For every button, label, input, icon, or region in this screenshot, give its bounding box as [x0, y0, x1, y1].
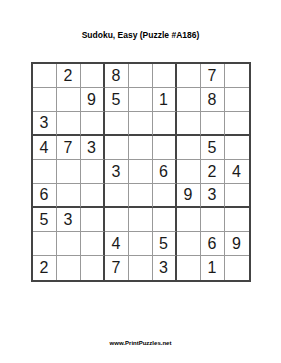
sudoku-cell-r6c7[interactable]: 9	[177, 184, 201, 208]
sudoku-cell-r2c3[interactable]: 9	[81, 88, 105, 112]
sudoku-cell-r8c7[interactable]	[177, 232, 201, 256]
sudoku-cell-r1c3[interactable]	[81, 64, 105, 88]
sudoku-grid: 28795183473536246935345692731	[31, 62, 251, 282]
sudoku-cell-r6c4[interactable]	[105, 184, 129, 208]
sudoku-cell-r8c4[interactable]: 4	[105, 232, 129, 256]
sudoku-cell-r9c6[interactable]: 3	[153, 256, 177, 280]
sudoku-cell-r9c7[interactable]	[177, 256, 201, 280]
sudoku-cell-r4c8[interactable]: 5	[201, 136, 225, 160]
sudoku-cell-r8c6[interactable]: 5	[153, 232, 177, 256]
sudoku-cell-r5c2[interactable]	[57, 160, 81, 184]
sudoku-cell-r8c5[interactable]	[129, 232, 153, 256]
sudoku-cell-r5c6[interactable]: 6	[153, 160, 177, 184]
sudoku-cell-r7c5[interactable]	[129, 208, 153, 232]
sudoku-cell-r9c5[interactable]	[129, 256, 153, 280]
sudoku-cell-r6c8[interactable]: 3	[201, 184, 225, 208]
sudoku-cell-r8c8[interactable]: 6	[201, 232, 225, 256]
sudoku-cell-r1c6[interactable]	[153, 64, 177, 88]
sudoku-cell-r4c3[interactable]: 3	[81, 136, 105, 160]
sudoku-cell-r6c3[interactable]	[81, 184, 105, 208]
sudoku-cell-r5c8[interactable]: 2	[201, 160, 225, 184]
sudoku-cell-r5c7[interactable]	[177, 160, 201, 184]
sudoku-cell-r3c4[interactable]	[105, 112, 129, 136]
sudoku-cell-r2c6[interactable]: 1	[153, 88, 177, 112]
sudoku-cell-r2c4[interactable]: 5	[105, 88, 129, 112]
footer-url: www.PrintPuzzles.net	[0, 340, 281, 346]
page-title: Sudoku, Easy (Puzzle #A186)	[0, 30, 281, 40]
sudoku-cell-r1c2[interactable]: 2	[57, 64, 81, 88]
sudoku-cell-r3c6[interactable]	[153, 112, 177, 136]
sudoku-cell-r1c7[interactable]	[177, 64, 201, 88]
sudoku-cell-r5c5[interactable]	[129, 160, 153, 184]
sudoku-cell-r3c9[interactable]	[225, 112, 249, 136]
sudoku-cell-r6c5[interactable]	[129, 184, 153, 208]
sudoku-cell-r6c9[interactable]	[225, 184, 249, 208]
sudoku-cell-r2c8[interactable]: 8	[201, 88, 225, 112]
sudoku-cell-r8c9[interactable]: 9	[225, 232, 249, 256]
sudoku-cell-r6c2[interactable]	[57, 184, 81, 208]
sudoku-cell-r4c7[interactable]	[177, 136, 201, 160]
sudoku-cell-r6c1[interactable]: 6	[33, 184, 57, 208]
sudoku-cell-r9c3[interactable]	[81, 256, 105, 280]
sudoku-cell-r7c7[interactable]	[177, 208, 201, 232]
sudoku-cell-r6c6[interactable]	[153, 184, 177, 208]
sudoku-cell-r4c4[interactable]	[105, 136, 129, 160]
sudoku-cell-r5c4[interactable]: 3	[105, 160, 129, 184]
sudoku-cell-r3c5[interactable]	[129, 112, 153, 136]
sudoku-cell-r2c9[interactable]	[225, 88, 249, 112]
sudoku-cell-r2c5[interactable]	[129, 88, 153, 112]
sudoku-cell-r1c9[interactable]	[225, 64, 249, 88]
sudoku-cell-r3c7[interactable]	[177, 112, 201, 136]
sudoku-cell-r9c1[interactable]: 2	[33, 256, 57, 280]
sudoku-cell-r1c8[interactable]: 7	[201, 64, 225, 88]
sudoku-cell-r8c1[interactable]	[33, 232, 57, 256]
sudoku-cell-r8c3[interactable]	[81, 232, 105, 256]
sudoku-cell-r5c9[interactable]: 4	[225, 160, 249, 184]
sudoku-cell-r7c8[interactable]	[201, 208, 225, 232]
sudoku-cell-r2c7[interactable]	[177, 88, 201, 112]
sudoku-cell-r7c1[interactable]: 5	[33, 208, 57, 232]
sudoku-cell-r7c6[interactable]	[153, 208, 177, 232]
sudoku-cell-r9c9[interactable]	[225, 256, 249, 280]
sudoku-cell-r4c6[interactable]	[153, 136, 177, 160]
sudoku-cell-r5c3[interactable]	[81, 160, 105, 184]
sudoku-cell-r1c4[interactable]: 8	[105, 64, 129, 88]
sudoku-cell-r7c2[interactable]: 3	[57, 208, 81, 232]
sudoku-cell-r9c8[interactable]: 1	[201, 256, 225, 280]
sudoku-cell-r5c1[interactable]	[33, 160, 57, 184]
sudoku-cell-r3c2[interactable]	[57, 112, 81, 136]
sudoku-cell-r7c9[interactable]	[225, 208, 249, 232]
sudoku-cell-r7c3[interactable]	[81, 208, 105, 232]
sudoku-cell-r2c1[interactable]	[33, 88, 57, 112]
sudoku-cell-r3c8[interactable]	[201, 112, 225, 136]
sudoku-cell-r1c5[interactable]	[129, 64, 153, 88]
sudoku-cell-r3c1[interactable]: 3	[33, 112, 57, 136]
sudoku-cell-r9c4[interactable]: 7	[105, 256, 129, 280]
sudoku-cell-r4c9[interactable]	[225, 136, 249, 160]
sudoku-cell-r8c2[interactable]	[57, 232, 81, 256]
sudoku-cell-r7c4[interactable]	[105, 208, 129, 232]
sudoku-cell-r2c2[interactable]	[57, 88, 81, 112]
sudoku-cell-r4c5[interactable]	[129, 136, 153, 160]
sudoku-cell-r1c1[interactable]	[33, 64, 57, 88]
sudoku-cell-r9c2[interactable]	[57, 256, 81, 280]
sudoku-cell-r4c1[interactable]: 4	[33, 136, 57, 160]
sudoku-cell-r4c2[interactable]: 7	[57, 136, 81, 160]
sudoku-cell-r3c3[interactable]	[81, 112, 105, 136]
